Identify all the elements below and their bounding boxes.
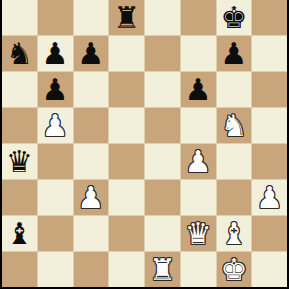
- square-a2[interactable]: ♝: [2, 216, 37, 251]
- piece-black-queen: ♛: [6, 147, 33, 177]
- square-e1[interactable]: ♜: [145, 252, 180, 287]
- square-g8[interactable]: ♚: [217, 0, 252, 35]
- square-a1[interactable]: [2, 252, 37, 287]
- piece-white-king: ♚: [220, 255, 247, 285]
- square-c5[interactable]: [74, 108, 109, 143]
- square-d8[interactable]: ♜: [109, 0, 144, 35]
- piece-white-knight: ♞: [220, 111, 247, 141]
- square-f2[interactable]: ♛: [181, 216, 216, 251]
- piece-black-pawn: ♟: [77, 39, 104, 69]
- square-h8[interactable]: [252, 0, 287, 35]
- square-d6[interactable]: [109, 72, 144, 107]
- square-b7[interactable]: ♟: [38, 36, 73, 71]
- square-h1[interactable]: [252, 252, 287, 287]
- piece-black-rook: ♜: [113, 3, 140, 33]
- square-f8[interactable]: [181, 0, 216, 35]
- square-c8[interactable]: [74, 0, 109, 35]
- square-a3[interactable]: [2, 180, 37, 215]
- square-b8[interactable]: [38, 0, 73, 35]
- piece-black-pawn: ♟: [42, 75, 69, 105]
- square-d3[interactable]: [109, 180, 144, 215]
- square-a4[interactable]: ♛: [2, 144, 37, 179]
- square-f3[interactable]: [181, 180, 216, 215]
- square-e5[interactable]: [145, 108, 180, 143]
- square-b6[interactable]: ♟: [38, 72, 73, 107]
- square-c2[interactable]: [74, 216, 109, 251]
- square-g3[interactable]: [217, 180, 252, 215]
- piece-white-queen: ♛: [185, 219, 212, 249]
- square-c3[interactable]: ♟: [74, 180, 109, 215]
- square-g1[interactable]: ♚: [217, 252, 252, 287]
- piece-black-king: ♚: [220, 3, 247, 33]
- square-a5[interactable]: [2, 108, 37, 143]
- square-f7[interactable]: [181, 36, 216, 71]
- square-e2[interactable]: [145, 216, 180, 251]
- square-c1[interactable]: [74, 252, 109, 287]
- piece-black-pawn: ♟: [42, 39, 69, 69]
- square-c7[interactable]: ♟: [74, 36, 109, 71]
- square-a8[interactable]: [2, 0, 37, 35]
- square-h5[interactable]: [252, 108, 287, 143]
- piece-black-pawn: ♟: [185, 75, 212, 105]
- square-a6[interactable]: [2, 72, 37, 107]
- square-c6[interactable]: [74, 72, 109, 107]
- square-e3[interactable]: [145, 180, 180, 215]
- piece-white-pawn: ♟: [42, 111, 69, 141]
- square-e4[interactable]: [145, 144, 180, 179]
- square-b5[interactable]: ♟: [38, 108, 73, 143]
- square-f1[interactable]: [181, 252, 216, 287]
- square-f4[interactable]: ♟: [181, 144, 216, 179]
- square-d1[interactable]: [109, 252, 144, 287]
- piece-black-bishop: ♝: [6, 219, 33, 249]
- square-d7[interactable]: [109, 36, 144, 71]
- square-d4[interactable]: [109, 144, 144, 179]
- square-h4[interactable]: [252, 144, 287, 179]
- square-a7[interactable]: ♞: [2, 36, 37, 71]
- square-d2[interactable]: [109, 216, 144, 251]
- piece-white-pawn: ♟: [77, 183, 104, 213]
- square-e6[interactable]: [145, 72, 180, 107]
- square-b2[interactable]: [38, 216, 73, 251]
- chess-board: ♜♚♞♟♟♟♟♟♟♞♛♟♟♟♝♛♝♜♚: [0, 0, 289, 289]
- square-f6[interactable]: ♟: [181, 72, 216, 107]
- square-c4[interactable]: [74, 144, 109, 179]
- square-g2[interactable]: ♝: [217, 216, 252, 251]
- piece-white-rook: ♜: [149, 255, 176, 285]
- square-b1[interactable]: [38, 252, 73, 287]
- piece-white-bishop: ♝: [220, 219, 247, 249]
- piece-white-pawn: ♟: [256, 183, 283, 213]
- square-h2[interactable]: [252, 216, 287, 251]
- square-f5[interactable]: [181, 108, 216, 143]
- square-h6[interactable]: [252, 72, 287, 107]
- piece-black-knight: ♞: [6, 39, 33, 69]
- piece-white-pawn: ♟: [185, 147, 212, 177]
- piece-black-pawn: ♟: [220, 39, 247, 69]
- square-g4[interactable]: [217, 144, 252, 179]
- square-e7[interactable]: [145, 36, 180, 71]
- square-h7[interactable]: [252, 36, 287, 71]
- square-g7[interactable]: ♟: [217, 36, 252, 71]
- square-b4[interactable]: [38, 144, 73, 179]
- square-g5[interactable]: ♞: [217, 108, 252, 143]
- square-e8[interactable]: [145, 0, 180, 35]
- square-d5[interactable]: [109, 108, 144, 143]
- square-h3[interactable]: ♟: [252, 180, 287, 215]
- square-g6[interactable]: [217, 72, 252, 107]
- square-b3[interactable]: [38, 180, 73, 215]
